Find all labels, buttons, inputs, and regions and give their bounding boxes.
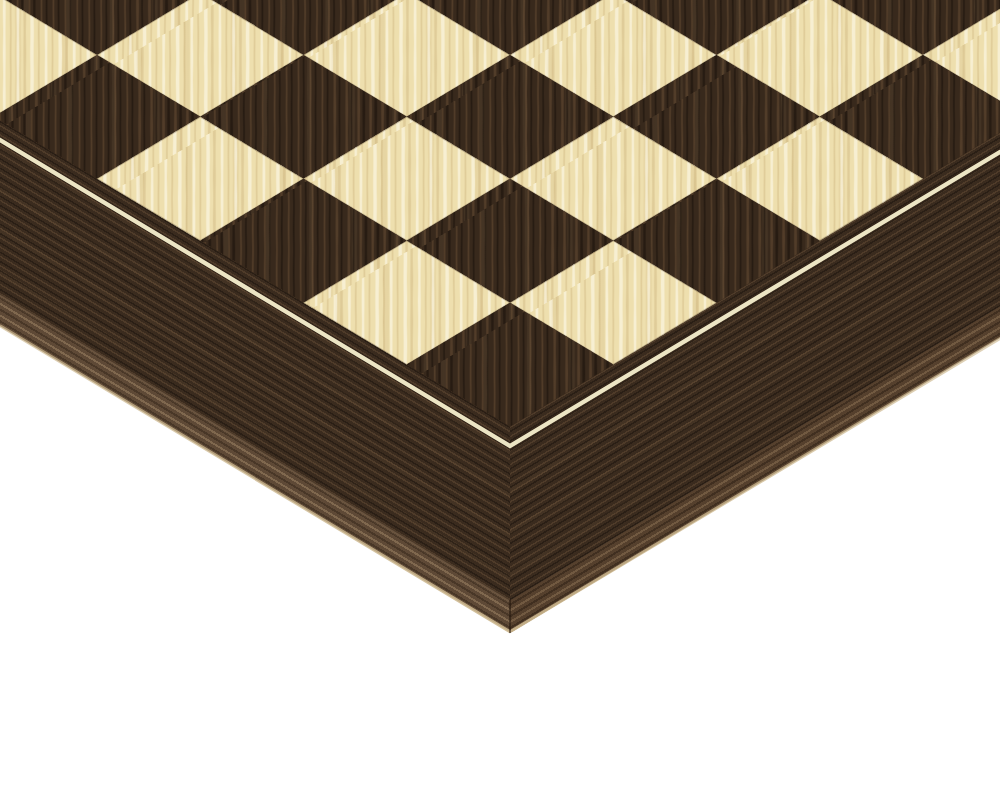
corner-seam bbox=[509, 600, 511, 633]
chess-board bbox=[0, 0, 1000, 600]
product-photo-scene bbox=[0, 0, 1000, 800]
